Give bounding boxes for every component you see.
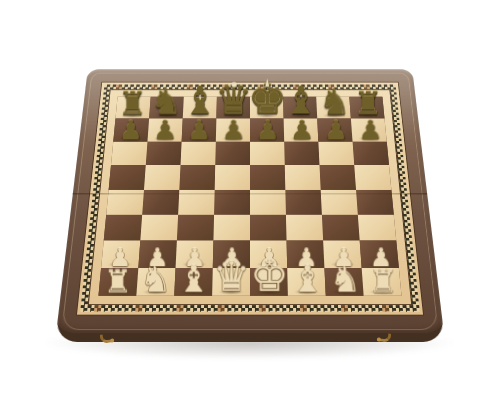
square-a7: ♟ bbox=[113, 119, 149, 142]
square-g3 bbox=[322, 215, 360, 241]
square-h1: ♜ bbox=[362, 268, 402, 296]
square-h7: ♟ bbox=[351, 119, 387, 142]
square-c1: ♝ bbox=[174, 268, 213, 296]
black-pawn: ♟ bbox=[324, 117, 348, 143]
white-bishop: ♝ bbox=[290, 261, 323, 298]
border-band-inner: ♜♞♝♛♚♝♞♜♟♟♟♟♟♟♟♟♟♟♟♟♟♟♟♟♜♞♝♛♚♝♞♜ bbox=[88, 90, 412, 306]
bone-finial bbox=[231, 82, 236, 87]
white-knight: ♞ bbox=[329, 263, 360, 298]
square-f6 bbox=[284, 142, 319, 166]
black-pawn: ♟ bbox=[221, 117, 245, 143]
square-b5 bbox=[144, 165, 181, 189]
chess-board: ♜♞♝♛♚♝♞♜♟♟♟♟♟♟♟♟♟♟♟♟♟♟♟♟♜♞♝♛♚♝♞♜ bbox=[55, 69, 445, 342]
white-king: ♚ bbox=[250, 255, 288, 298]
square-c4 bbox=[178, 189, 215, 214]
square-f7: ♟ bbox=[284, 119, 319, 142]
square-c3 bbox=[177, 215, 214, 241]
black-pawn: ♟ bbox=[153, 117, 177, 143]
square-a6 bbox=[111, 142, 147, 166]
square-d7: ♟ bbox=[216, 119, 250, 142]
square-h3 bbox=[358, 215, 396, 241]
bone-finial bbox=[265, 79, 269, 88]
square-d1: ♛ bbox=[212, 268, 250, 296]
square-e4 bbox=[250, 189, 286, 214]
square-g7: ♟ bbox=[317, 119, 352, 142]
square-f3 bbox=[286, 215, 323, 241]
walnut-frame: ♜♞♝♛♚♝♞♜♟♟♟♟♟♟♟♟♟♟♟♟♟♟♟♟♜♞♝♛♚♝♞♜ bbox=[55, 69, 445, 342]
white-rook: ♜ bbox=[369, 266, 397, 297]
square-b3 bbox=[140, 215, 178, 241]
square-h5 bbox=[354, 165, 391, 189]
square-d4 bbox=[214, 189, 250, 214]
square-g6 bbox=[318, 142, 354, 166]
square-d3 bbox=[213, 215, 250, 241]
square-c5 bbox=[179, 165, 215, 189]
square-a1: ♜ bbox=[98, 268, 138, 296]
black-pawn: ♟ bbox=[290, 117, 314, 143]
square-b4 bbox=[142, 189, 179, 214]
board-grid: ♜♞♝♛♚♝♞♜♟♟♟♟♟♟♟♟♟♟♟♟♟♟♟♟♜♞♝♛♚♝♞♜ bbox=[98, 97, 401, 296]
black-pawn: ♟ bbox=[187, 117, 211, 143]
square-b7: ♟ bbox=[147, 119, 182, 142]
square-e3 bbox=[250, 215, 287, 241]
square-a4 bbox=[106, 189, 144, 214]
black-pawn: ♟ bbox=[358, 117, 382, 143]
square-g4 bbox=[321, 189, 358, 214]
square-b1: ♞ bbox=[136, 268, 175, 296]
square-d6 bbox=[215, 142, 250, 166]
chess-set-photo: ♜♞♝♛♚♝♞♜♟♟♟♟♟♟♟♟♟♟♟♟♟♟♟♟♜♞♝♛♚♝♞♜ bbox=[0, 0, 500, 400]
white-bishop: ♝ bbox=[177, 261, 210, 298]
white-rook: ♜ bbox=[103, 266, 131, 297]
square-g5 bbox=[319, 165, 356, 189]
square-c7: ♟ bbox=[182, 119, 217, 142]
square-b6 bbox=[146, 142, 182, 166]
white-knight: ♞ bbox=[139, 263, 170, 298]
square-g1: ♞ bbox=[324, 268, 363, 296]
square-f5 bbox=[285, 165, 321, 189]
square-e6 bbox=[250, 142, 285, 166]
square-h6 bbox=[353, 142, 389, 166]
square-h4 bbox=[356, 189, 394, 214]
square-f1: ♝ bbox=[287, 268, 326, 296]
black-pawn: ♟ bbox=[255, 117, 279, 143]
scene: ♜♞♝♛♚♝♞♜♟♟♟♟♟♟♟♟♟♟♟♟♟♟♟♟♜♞♝♛♚♝♞♜ bbox=[0, 0, 500, 400]
black-pawn: ♟ bbox=[118, 117, 142, 143]
white-queen: ♛ bbox=[213, 257, 250, 298]
border-band-outer: ♜♞♝♛♚♝♞♜♟♟♟♟♟♟♟♟♟♟♟♟♟♟♟♟♜♞♝♛♚♝♞♜ bbox=[76, 82, 424, 316]
square-e1: ♚ bbox=[250, 268, 288, 296]
mosaic-inlay-border: ♜♞♝♛♚♝♞♜♟♟♟♟♟♟♟♟♟♟♟♟♟♟♟♟♜♞♝♛♚♝♞♜ bbox=[80, 85, 420, 312]
square-e5 bbox=[250, 165, 285, 189]
square-a5 bbox=[109, 165, 146, 189]
square-c6 bbox=[181, 142, 216, 166]
square-a3 bbox=[104, 215, 142, 241]
square-e7: ♟ bbox=[250, 119, 284, 142]
square-d5 bbox=[215, 165, 250, 189]
square-f4 bbox=[285, 189, 322, 214]
